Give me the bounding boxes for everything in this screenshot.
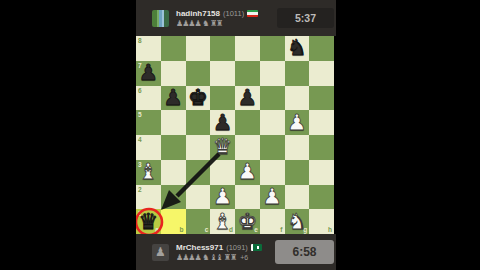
- app-screen: hadinh7158 (1011) ♟♟♟♟ ♞ ♜♜ 5:37 8♞7♟6♟♚…: [136, 0, 336, 270]
- square-h4[interactable]: [309, 135, 334, 160]
- piece-wq-d4[interactable]: ♛: [210, 135, 235, 160]
- piece-bp-e6[interactable]: ♟: [235, 86, 260, 111]
- file-label-h: h: [328, 226, 332, 233]
- square-h6[interactable]: [309, 86, 334, 111]
- file-label-c: c: [205, 226, 209, 233]
- piece-wp-d2[interactable]: ♟: [210, 185, 235, 210]
- square-b5[interactable]: [161, 110, 186, 135]
- square-h2[interactable]: [309, 185, 334, 210]
- square-c3[interactable]: [186, 160, 211, 185]
- square-d1[interactable]: d♝: [210, 209, 235, 234]
- square-f5[interactable]: [260, 110, 285, 135]
- square-a4[interactable]: 4: [136, 135, 161, 160]
- player-info-bottom: MrChess971 (1091) ♟♟♟♟ ♞ ♝♝ ♜♜ +6: [176, 243, 275, 262]
- square-d8[interactable]: [210, 36, 235, 61]
- piece-wn-g1[interactable]: ♞: [285, 209, 310, 234]
- square-b4[interactable]: [161, 135, 186, 160]
- piece-wp-f2[interactable]: ♟: [260, 185, 285, 210]
- square-e4[interactable]: [235, 135, 260, 160]
- piece-bp-d5[interactable]: ♟: [210, 110, 235, 135]
- player-avatar-top[interactable]: [152, 10, 169, 27]
- piece-wp-e3[interactable]: ♟: [235, 160, 260, 185]
- player-info-top: hadinh7158 (1011) ♟♟♟♟ ♞ ♜♜: [176, 9, 277, 28]
- piece-bk-c6[interactable]: ♚: [186, 86, 211, 111]
- square-f2[interactable]: ♟: [260, 185, 285, 210]
- square-c8[interactable]: [186, 36, 211, 61]
- square-a2[interactable]: 2: [136, 185, 161, 210]
- file-label-f: f: [280, 226, 282, 233]
- square-d4[interactable]: ♛: [210, 135, 235, 160]
- player-rating-bottom: (1091): [226, 243, 248, 253]
- square-g5[interactable]: ♟: [285, 110, 310, 135]
- square-c4[interactable]: [186, 135, 211, 160]
- square-b1[interactable]: b: [161, 209, 186, 234]
- rank-label-4: 4: [138, 136, 142, 143]
- square-g3[interactable]: [285, 160, 310, 185]
- square-f7[interactable]: [260, 61, 285, 86]
- pakistan-flag-icon: [251, 244, 262, 251]
- clock-bottom: 6:58: [275, 240, 334, 264]
- square-f4[interactable]: [260, 135, 285, 160]
- clock-top: 5:37: [277, 8, 334, 28]
- piece-bq-a1[interactable]: ♛: [136, 209, 161, 234]
- rank-label-5: 5: [138, 111, 142, 118]
- square-g2[interactable]: [285, 185, 310, 210]
- square-a5[interactable]: 5: [136, 110, 161, 135]
- square-d7[interactable]: [210, 61, 235, 86]
- square-b8[interactable]: [161, 36, 186, 61]
- square-b2[interactable]: [161, 185, 186, 210]
- piece-bp-a7[interactable]: ♟: [136, 61, 161, 86]
- material-score: +6: [240, 253, 248, 262]
- square-g1[interactable]: g♞: [285, 209, 310, 234]
- square-e5[interactable]: [235, 110, 260, 135]
- captured-pieces-bottom: ♟♟♟♟ ♞ ♝♝ ♜♜ +6: [176, 253, 275, 262]
- pawn-avatar-icon: ♟: [155, 246, 166, 258]
- player-rating-top: (1011): [223, 9, 244, 19]
- piece-bp-b6[interactable]: ♟: [161, 86, 186, 111]
- square-d2[interactable]: ♟: [210, 185, 235, 210]
- piece-wk-e1[interactable]: ♚: [235, 209, 260, 234]
- square-f1[interactable]: f: [260, 209, 285, 234]
- bottom-player-bar: ♟ MrChess971 (1091) ♟♟♟♟ ♞ ♝♝ ♜♜ +6 6:58: [136, 234, 336, 270]
- rank-label-6: 6: [138, 87, 142, 94]
- square-h3[interactable]: [309, 160, 334, 185]
- square-a7[interactable]: 7♟: [136, 61, 161, 86]
- player-name-bottom[interactable]: MrChess971: [176, 243, 223, 253]
- square-c7[interactable]: [186, 61, 211, 86]
- square-d3[interactable]: [210, 160, 235, 185]
- square-f3[interactable]: [260, 160, 285, 185]
- square-c2[interactable]: [186, 185, 211, 210]
- square-a1[interactable]: 1a♛: [136, 209, 161, 234]
- piece-wp-g5[interactable]: ♟: [285, 110, 310, 135]
- file-label-b: b: [180, 226, 184, 233]
- square-e8[interactable]: [235, 36, 260, 61]
- square-c6[interactable]: ♚: [186, 86, 211, 111]
- square-h5[interactable]: [309, 110, 334, 135]
- square-e6[interactable]: ♟: [235, 86, 260, 111]
- iran-flag-icon: [247, 10, 258, 17]
- square-f8[interactable]: [260, 36, 285, 61]
- top-player-bar: hadinh7158 (1011) ♟♟♟♟ ♞ ♜♜ 5:37: [136, 0, 336, 36]
- piece-wb-a3[interactable]: ♝: [136, 160, 161, 185]
- square-d6[interactable]: [210, 86, 235, 111]
- square-e3[interactable]: ♟: [235, 160, 260, 185]
- rank-label-2: 2: [138, 186, 142, 193]
- captured-pieces-top: ♟♟♟♟ ♞ ♜♜: [176, 19, 277, 28]
- square-g6[interactable]: [285, 86, 310, 111]
- square-c1[interactable]: c: [186, 209, 211, 234]
- rank-label-8: 8: [138, 37, 142, 44]
- square-h7[interactable]: [309, 61, 334, 86]
- piece-bn-g8[interactable]: ♞: [285, 36, 310, 61]
- square-c5[interactable]: [186, 110, 211, 135]
- square-h8[interactable]: [309, 36, 334, 61]
- square-e7[interactable]: [235, 61, 260, 86]
- square-b7[interactable]: [161, 61, 186, 86]
- chess-board[interactable]: 8♞7♟6♟♚♟5♟♟4♛3♝♟2♟♟1a♛bcd♝e♚fg♞h: [136, 36, 336, 234]
- square-e2[interactable]: [235, 185, 260, 210]
- square-h1[interactable]: h: [309, 209, 334, 234]
- square-a8[interactable]: 8: [136, 36, 161, 61]
- square-a3[interactable]: 3♝: [136, 160, 161, 185]
- square-g4[interactable]: [285, 135, 310, 160]
- square-g7[interactable]: [285, 61, 310, 86]
- square-d5[interactable]: ♟: [210, 110, 235, 135]
- player-avatar-bottom[interactable]: ♟: [152, 244, 169, 261]
- square-b6[interactable]: ♟: [161, 86, 186, 111]
- player-name-top[interactable]: hadinh7158: [176, 9, 220, 19]
- piece-wb-d1[interactable]: ♝: [210, 209, 235, 234]
- square-e1[interactable]: e♚: [235, 209, 260, 234]
- square-f6[interactable]: [260, 86, 285, 111]
- square-a6[interactable]: 6: [136, 86, 161, 111]
- square-b3[interactable]: [161, 160, 186, 185]
- square-g8[interactable]: ♞: [285, 36, 310, 61]
